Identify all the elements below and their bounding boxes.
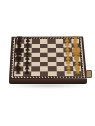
product-photo: ♜♟♟♜♞♟♟♞♝♟♟♝♚♟♟♚♛♟♟♛♝♟♟♝♞♟♟♞♜♟♟♜ [0, 0, 95, 126]
board-square: ♟ [23, 71, 32, 76]
chess-board: ♜♟♟♜♞♟♟♞♝♟♟♝♚♟♟♚♛♟♟♛♝♟♟♝♞♟♟♞♜♟♟♜ [9, 36, 87, 79]
chess-piece-white-rook: ♜ [72, 36, 79, 43]
board-square [56, 71, 65, 76]
board-grid: ♜♟♟♜♞♟♟♞♝♟♟♝♚♟♟♚♛♟♟♛♝♟♟♝♞♟♟♞♜♟♟♜ [14, 39, 82, 76]
chess-piece-black-rook: ♜ [16, 36, 23, 43]
clasp [86, 70, 92, 78]
board-square [40, 71, 48, 76]
board-square [40, 52, 48, 57]
board-square [32, 44, 40, 48]
board-square: ♟ [65, 71, 74, 76]
board-shadow [6, 83, 90, 88]
board-square: ♜ [14, 71, 23, 76]
board-square [31, 71, 39, 76]
board-scene: ♜♟♟♜♞♟♟♞♝♟♟♝♚♟♟♚♛♟♟♛♝♟♟♝♞♟♟♞♜♟♟♜ [0, 0, 95, 126]
board-square: ♜ [73, 71, 82, 76]
mosaic-border: ♜♟♟♜♞♟♟♞♝♟♟♝♚♟♟♚♛♟♟♛♝♟♟♝♞♟♟♞♜♟♟♜ [11, 38, 85, 79]
chess-piece-black-pawn: ♟ [24, 69, 30, 76]
board-square [48, 71, 57, 76]
